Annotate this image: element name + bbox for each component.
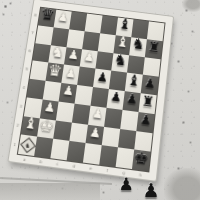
white-pawn[interactable]: ♟ xyxy=(89,107,107,122)
white-pawn[interactable]: ♟ xyxy=(41,101,59,116)
white-pawn[interactable]: ♟ xyxy=(54,11,71,25)
black-pawn[interactable]: ♟ xyxy=(123,92,140,106)
black-pawn[interactable]: ♟ xyxy=(107,90,124,104)
white-bishop[interactable]: ♝ xyxy=(114,35,131,51)
black-knight[interactable]: ♞ xyxy=(112,53,130,69)
board-grid: ♛♟♝♝♞♜♞♟♟♞♛♟♟♝♟♟♟♟♜♟♟♟♝♚♟♞♚ xyxy=(18,8,165,172)
corner-shade-top-right xyxy=(182,0,200,12)
captured-black-pawn-2[interactable]: ♟ xyxy=(141,181,161,200)
black-pawn[interactable]: ♟ xyxy=(94,70,111,84)
captured-black-pawn-1[interactable]: ♟ xyxy=(116,176,136,193)
black-bishop[interactable]: ♝ xyxy=(116,17,133,33)
black-pawn[interactable]: ♟ xyxy=(141,76,158,90)
white-pawn[interactable]: ♟ xyxy=(62,66,79,80)
chess-board: 87654321 abcdefgh ♛♟♝♝♞♜♞♟♟♞♛♟♟♝♟♟♟♟♜♟♟♟… xyxy=(8,0,173,181)
white-pawn[interactable]: ♟ xyxy=(65,48,82,62)
black-knight[interactable]: ♞ xyxy=(130,37,147,53)
square-h7[interactable]: ♜ xyxy=(145,39,163,59)
square-h3[interactable]: ♟ xyxy=(136,112,154,133)
white-pawn[interactable]: ♟ xyxy=(59,84,77,98)
playing-area: ♛♟♝♝♞♜♞♟♟♞♛♟♟♝♟♟♟♟♜♟♟♟♝♚♟♞♚ xyxy=(17,7,166,173)
white-pawn[interactable]: ♟ xyxy=(86,126,104,141)
table-shadow-band xyxy=(0,183,100,200)
black-rook[interactable]: ♜ xyxy=(145,39,162,54)
table-speckles xyxy=(0,0,1,1)
corner-shade-bottom-right xyxy=(164,168,200,200)
square-h1[interactable]: ♚ xyxy=(132,150,151,172)
black-king[interactable]: ♚ xyxy=(132,149,150,168)
black-rook[interactable]: ♜ xyxy=(139,94,157,110)
table-surface: 87654321 abcdefgh ♛♟♝♝♞♜♞♟♟♞♛♟♟♝♟♟♟♟♜♟♟♟… xyxy=(0,0,200,200)
black-pawn[interactable]: ♟ xyxy=(137,113,155,128)
black-bishop[interactable]: ♝ xyxy=(125,73,143,90)
white-pawn[interactable]: ♟ xyxy=(80,50,97,64)
